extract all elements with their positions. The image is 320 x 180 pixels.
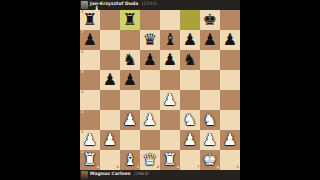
- piece-black-pawn[interactable]: ♟: [160, 50, 180, 70]
- square-h4[interactable]: [220, 90, 240, 110]
- piece-white-pawn[interactable]: ♟: [120, 110, 140, 130]
- square-h3[interactable]: [220, 110, 240, 130]
- piece-black-bishop[interactable]: ♝: [160, 30, 180, 50]
- square-h6[interactable]: [220, 50, 240, 70]
- square-f2[interactable]: ♟: [180, 130, 200, 150]
- square-b4[interactable]: [100, 90, 120, 110]
- piece-white-knight[interactable]: ♞: [180, 110, 200, 130]
- piece-white-bishop[interactable]: ♝: [120, 150, 140, 170]
- coord-rank-4: 4: [81, 91, 83, 95]
- square-g8[interactable]: ♚: [200, 10, 220, 30]
- square-b5[interactable]: ♟: [100, 70, 120, 90]
- square-f4[interactable]: [180, 90, 200, 110]
- square-g2[interactable]: ♟: [200, 130, 220, 150]
- square-g1[interactable]: g♚: [200, 150, 220, 170]
- piece-white-rook[interactable]: ♜: [80, 150, 100, 170]
- square-f5[interactable]: [180, 70, 200, 90]
- square-a3[interactable]: 3: [80, 110, 100, 130]
- square-h8[interactable]: [220, 10, 240, 30]
- square-a2[interactable]: 2♟: [80, 130, 100, 150]
- piece-white-king[interactable]: ♚: [200, 150, 220, 170]
- player-bottom-name: Magnus Carlsen: [90, 171, 130, 176]
- square-a7[interactable]: 7♟: [80, 30, 100, 50]
- square-f1[interactable]: f: [180, 150, 200, 170]
- player-top-avatar: [81, 1, 88, 9]
- piece-white-pawn[interactable]: ♟: [160, 90, 180, 110]
- square-e8[interactable]: [160, 10, 180, 30]
- square-c6[interactable]: ♞: [120, 50, 140, 70]
- piece-white-pawn[interactable]: ♟: [80, 130, 100, 150]
- piece-black-pawn[interactable]: ♟: [120, 70, 140, 90]
- piece-white-queen[interactable]: ♛: [140, 150, 160, 170]
- piece-white-pawn[interactable]: ♟: [180, 130, 200, 150]
- square-c1[interactable]: c♝: [120, 150, 140, 170]
- piece-white-pawn[interactable]: ♟: [100, 130, 120, 150]
- square-d2[interactable]: [140, 130, 160, 150]
- square-g3[interactable]: ♞: [200, 110, 220, 130]
- square-e5[interactable]: [160, 70, 180, 90]
- square-b2[interactable]: ♟: [100, 130, 120, 150]
- piece-black-pawn[interactable]: ♟: [200, 30, 220, 50]
- player-bottom-rating: (2863): [134, 171, 149, 176]
- square-b6[interactable]: [100, 50, 120, 70]
- video-frame: Jan-Krzysztof Duda (2752) ♝ 8♜♜♚7♟♛♝♟♟♟6…: [0, 0, 320, 180]
- coord-rank-5: 5: [81, 71, 83, 75]
- square-d6[interactable]: ♟: [140, 50, 160, 70]
- square-c2[interactable]: [120, 130, 140, 150]
- square-b8[interactable]: [100, 10, 120, 30]
- square-h7[interactable]: ♟: [220, 30, 240, 50]
- coord-rank-6: 6: [81, 51, 83, 55]
- piece-black-pawn[interactable]: ♟: [100, 70, 120, 90]
- square-f6[interactable]: ♞: [180, 50, 200, 70]
- square-h1[interactable]: h: [220, 150, 240, 170]
- square-d5[interactable]: [140, 70, 160, 90]
- coord-file-f: f: [197, 166, 199, 170]
- square-e3[interactable]: [160, 110, 180, 130]
- chess-board[interactable]: 8♜♜♚7♟♛♝♟♟♟6♞♟♟♞5♟♟4♟3♟♟♞♞2♟♟♟♟♟1a♜bc♝d♛…: [80, 10, 240, 170]
- piece-black-pawn[interactable]: ♟: [140, 50, 160, 70]
- square-d7[interactable]: ♛: [140, 30, 160, 50]
- square-h2[interactable]: ♟: [220, 130, 240, 150]
- square-a1[interactable]: 1a♜: [80, 150, 100, 170]
- square-c8[interactable]: ♜: [120, 10, 140, 30]
- player-top-bar: Jan-Krzysztof Duda (2752) ♝: [80, 0, 240, 10]
- coord-file-b: b: [116, 166, 119, 170]
- piece-black-king[interactable]: ♚: [200, 10, 220, 30]
- square-g5[interactable]: [200, 70, 220, 90]
- piece-white-knight[interactable]: ♞: [200, 110, 220, 130]
- square-f8[interactable]: [180, 10, 200, 30]
- square-h5[interactable]: [220, 70, 240, 90]
- square-a6[interactable]: 6: [80, 50, 100, 70]
- square-e4[interactable]: ♟: [160, 90, 180, 110]
- piece-black-knight[interactable]: ♞: [120, 50, 140, 70]
- square-e2[interactable]: [160, 130, 180, 150]
- piece-black-rook[interactable]: ♜: [120, 10, 140, 30]
- piece-black-pawn[interactable]: ♟: [180, 30, 200, 50]
- square-f7[interactable]: ♟: [180, 30, 200, 50]
- video-strip: Jan-Krzysztof Duda (2752) ♝ 8♜♜♚7♟♛♝♟♟♟6…: [80, 0, 240, 180]
- piece-white-rook[interactable]: ♜: [160, 150, 180, 170]
- square-d4[interactable]: [140, 90, 160, 110]
- square-d8[interactable]: [140, 10, 160, 30]
- square-c3[interactable]: ♟: [120, 110, 140, 130]
- square-c5[interactable]: ♟: [120, 70, 140, 90]
- square-c4[interactable]: [120, 90, 140, 110]
- square-g4[interactable]: [200, 90, 220, 110]
- piece-white-pawn[interactable]: ♟: [220, 130, 240, 150]
- player-bottom-avatar: [81, 171, 88, 179]
- square-e1[interactable]: e♜: [160, 150, 180, 170]
- square-a5[interactable]: 5: [80, 70, 100, 90]
- piece-black-pawn[interactable]: ♟: [220, 30, 240, 50]
- square-g6[interactable]: [200, 50, 220, 70]
- player-bottom-bar: Magnus Carlsen (2863): [80, 170, 240, 180]
- piece-black-pawn[interactable]: ♟: [80, 30, 100, 50]
- piece-black-knight[interactable]: ♞: [180, 50, 200, 70]
- player-top-line: Jan-Krzysztof Duda (2752): [90, 1, 157, 6]
- piece-white-pawn[interactable]: ♟: [140, 110, 160, 130]
- square-e6[interactable]: ♟: [160, 50, 180, 70]
- square-a4[interactable]: 4: [80, 90, 100, 110]
- coord-file-h: h: [237, 166, 240, 170]
- square-b1[interactable]: b: [100, 150, 120, 170]
- square-d3[interactable]: ♟: [140, 110, 160, 130]
- square-c7[interactable]: [120, 30, 140, 50]
- square-d1[interactable]: d♛: [140, 150, 160, 170]
- square-a8[interactable]: 8♜: [80, 10, 100, 30]
- square-b3[interactable]: [100, 110, 120, 130]
- square-e7[interactable]: ♝: [160, 30, 180, 50]
- piece-black-rook[interactable]: ♜: [80, 10, 100, 30]
- square-g7[interactable]: ♟: [200, 30, 220, 50]
- coord-rank-3: 3: [81, 111, 83, 115]
- player-top-rating: (2752): [142, 1, 157, 6]
- piece-white-pawn[interactable]: ♟: [200, 130, 220, 150]
- square-f3[interactable]: ♞: [180, 110, 200, 130]
- player-bottom-line: Magnus Carlsen (2863): [90, 171, 149, 176]
- square-b7[interactable]: [100, 30, 120, 50]
- piece-black-queen[interactable]: ♛: [140, 30, 160, 50]
